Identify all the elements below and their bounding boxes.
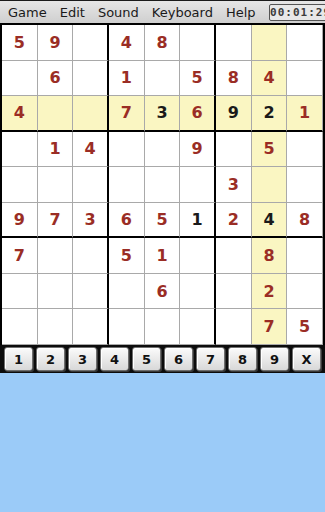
cell-r7c6[interactable] <box>180 238 216 274</box>
cell-r2c8[interactable]: 4 <box>252 61 288 97</box>
cell-r9c4[interactable] <box>109 309 145 345</box>
cell-r6c1[interactable]: 9 <box>2 203 38 239</box>
cell-r1c6[interactable] <box>180 25 216 61</box>
cell-r4c8[interactable]: 5 <box>252 132 288 168</box>
cell-r2c4[interactable]: 1 <box>109 61 145 97</box>
cell-r6c5[interactable]: 5 <box>145 203 181 239</box>
cell-r7c4[interactable]: 5 <box>109 238 145 274</box>
menu-item-edit[interactable]: Edit <box>60 5 85 20</box>
cell-r7c9[interactable] <box>287 238 323 274</box>
cell-r3c9[interactable]: 1 <box>287 96 323 132</box>
cell-r6c2[interactable]: 7 <box>38 203 74 239</box>
cell-r4c1[interactable] <box>2 132 38 168</box>
cell-r3c7[interactable]: 9 <box>216 96 252 132</box>
cell-r7c5[interactable]: 1 <box>145 238 181 274</box>
cell-r1c1[interactable]: 5 <box>2 25 38 61</box>
cell-r1c4[interactable]: 4 <box>109 25 145 61</box>
cell-r8c2[interactable] <box>38 274 74 310</box>
timer-display: 00:01:29 <box>269 4 325 21</box>
cell-r8c3[interactable] <box>73 274 109 310</box>
cell-r1c5[interactable]: 8 <box>145 25 181 61</box>
cell-r5c3[interactable] <box>73 167 109 203</box>
cell-r3c8[interactable]: 2 <box>252 96 288 132</box>
menu-item-keyboard[interactable]: Keyboard <box>152 5 213 20</box>
cell-r3c6[interactable]: 6 <box>180 96 216 132</box>
menu-item-help[interactable]: Help <box>226 5 256 20</box>
keypad-button-4[interactable]: 4 <box>100 347 129 371</box>
cell-r5c5[interactable] <box>145 167 181 203</box>
menu-item-game[interactable]: Game <box>8 5 47 20</box>
keypad-button-9[interactable]: 9 <box>260 347 289 371</box>
cell-r2c5[interactable] <box>145 61 181 97</box>
keypad-bar: 123456789X <box>0 345 325 373</box>
cell-r6c7[interactable]: 2 <box>216 203 252 239</box>
cell-r9c2[interactable] <box>38 309 74 345</box>
keypad-button-3[interactable]: 3 <box>68 347 97 371</box>
cell-r4c6[interactable]: 9 <box>180 132 216 168</box>
keypad-clear-button[interactable]: X <box>292 347 321 371</box>
keypad-button-6[interactable]: 6 <box>164 347 193 371</box>
cell-r6c3[interactable]: 3 <box>73 203 109 239</box>
keypad-button-8[interactable]: 8 <box>228 347 257 371</box>
menu-item-sound[interactable]: Sound <box>98 5 139 20</box>
cell-r4c4[interactable] <box>109 132 145 168</box>
cell-r9c8[interactable]: 7 <box>252 309 288 345</box>
cell-r9c7[interactable] <box>216 309 252 345</box>
cell-r9c3[interactable] <box>73 309 109 345</box>
cell-r4c7[interactable] <box>216 132 252 168</box>
cell-r9c9[interactable]: 5 <box>287 309 323 345</box>
cell-r7c8[interactable]: 8 <box>252 238 288 274</box>
cell-r4c2[interactable]: 1 <box>38 132 74 168</box>
sudoku-grid: 59486158447369211495397365124875186275 <box>0 23 325 345</box>
cell-r3c4[interactable]: 7 <box>109 96 145 132</box>
cell-r9c5[interactable] <box>145 309 181 345</box>
cell-r2c9[interactable] <box>287 61 323 97</box>
cell-r6c9[interactable]: 8 <box>287 203 323 239</box>
cell-r5c2[interactable] <box>38 167 74 203</box>
cell-r9c6[interactable] <box>180 309 216 345</box>
cell-r3c2[interactable] <box>38 96 74 132</box>
cell-r1c9[interactable] <box>287 25 323 61</box>
cell-r5c7[interactable]: 3 <box>216 167 252 203</box>
cell-r7c2[interactable] <box>38 238 74 274</box>
cell-r3c1[interactable]: 4 <box>2 96 38 132</box>
cell-r3c3[interactable] <box>73 96 109 132</box>
cell-r6c6[interactable]: 1 <box>180 203 216 239</box>
cell-r4c5[interactable] <box>145 132 181 168</box>
cell-r7c3[interactable] <box>73 238 109 274</box>
cell-r8c6[interactable] <box>180 274 216 310</box>
cell-r8c8[interactable]: 2 <box>252 274 288 310</box>
cell-r1c7[interactable] <box>216 25 252 61</box>
cell-r1c3[interactable] <box>73 25 109 61</box>
cell-r6c8[interactable]: 4 <box>252 203 288 239</box>
keypad-button-2[interactable]: 2 <box>36 347 65 371</box>
cell-r1c2[interactable]: 9 <box>38 25 74 61</box>
cell-r2c2[interactable]: 6 <box>38 61 74 97</box>
cell-r8c7[interactable] <box>216 274 252 310</box>
keypad-button-1[interactable]: 1 <box>4 347 33 371</box>
menu-bar: GameEditSoundKeyboardHelp00:01:29 <box>0 0 325 23</box>
cell-r2c6[interactable]: 5 <box>180 61 216 97</box>
cell-r7c1[interactable]: 7 <box>2 238 38 274</box>
cell-r3c5[interactable]: 3 <box>145 96 181 132</box>
cell-r2c7[interactable]: 8 <box>216 61 252 97</box>
cell-r5c1[interactable] <box>2 167 38 203</box>
cell-r4c3[interactable]: 4 <box>73 132 109 168</box>
cell-r5c8[interactable] <box>252 167 288 203</box>
keypad-button-7[interactable]: 7 <box>196 347 225 371</box>
cell-r4c9[interactable] <box>287 132 323 168</box>
cell-r8c4[interactable] <box>109 274 145 310</box>
cell-r2c3[interactable] <box>73 61 109 97</box>
bottom-panel <box>0 373 325 512</box>
cell-r2c1[interactable] <box>2 61 38 97</box>
cell-r5c6[interactable] <box>180 167 216 203</box>
cell-r7c7[interactable] <box>216 238 252 274</box>
cell-r1c8[interactable] <box>252 25 288 61</box>
cell-r8c9[interactable] <box>287 274 323 310</box>
cell-r8c5[interactable]: 6 <box>145 274 181 310</box>
cell-r9c1[interactable] <box>2 309 38 345</box>
keypad-button-5[interactable]: 5 <box>132 347 161 371</box>
cell-r5c4[interactable] <box>109 167 145 203</box>
cell-r5c9[interactable] <box>287 167 323 203</box>
cell-r8c1[interactable] <box>2 274 38 310</box>
cell-r6c4[interactable]: 6 <box>109 203 145 239</box>
